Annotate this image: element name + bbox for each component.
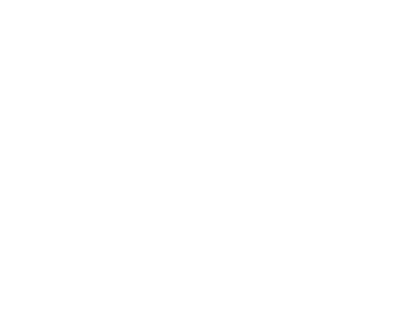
chess-diagram — [0, 0, 414, 311]
chess-board — [0, 0, 414, 311]
